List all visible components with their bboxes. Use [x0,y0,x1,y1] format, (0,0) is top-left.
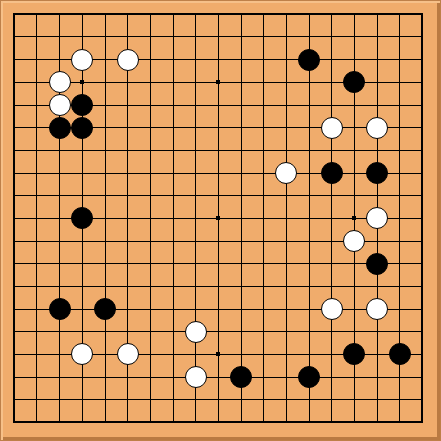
white-stone[interactable]: ○ [321,298,343,320]
black-stone[interactable]: ● [343,343,365,365]
white-stone[interactable]: ○ [321,117,343,139]
black-stone[interactable]: ● [71,94,93,116]
black-stone[interactable]: ● [389,343,411,365]
white-stone[interactable]: ○ [117,49,139,71]
star-point [80,80,84,84]
go-board: ●●●●●●●●●●●●●●●○○○○○○○○○○○○○○○ [0,0,441,441]
black-stone[interactable]: ● [71,117,93,139]
white-stone[interactable]: ○ [275,162,297,184]
white-stone[interactable]: ○ [185,366,207,388]
star-point [216,352,220,356]
board-grid: ●●●●●●●●●●●●●●●○○○○○○○○○○○○○○○ [3,3,434,434]
black-stone[interactable]: ● [49,117,71,139]
white-stone[interactable]: ○ [366,117,388,139]
black-stone[interactable]: ● [49,298,71,320]
black-stone[interactable]: ● [298,49,320,71]
black-stone[interactable]: ● [230,366,252,388]
black-stone[interactable]: ● [298,366,320,388]
white-stone[interactable]: ○ [185,321,207,343]
white-stone[interactable]: ○ [71,343,93,365]
white-stone[interactable]: ○ [117,343,139,365]
white-stone[interactable]: ○ [49,94,71,116]
white-stone[interactable]: ○ [49,71,71,93]
star-point [216,80,220,84]
black-stone[interactable]: ● [343,71,365,93]
black-stone[interactable]: ● [71,207,93,229]
star-point [352,216,356,220]
black-stone[interactable]: ● [321,162,343,184]
black-stone[interactable]: ● [94,298,116,320]
white-stone[interactable]: ○ [71,49,93,71]
star-point [216,216,220,220]
white-stone[interactable]: ○ [366,298,388,320]
white-stone[interactable]: ○ [366,207,388,229]
white-stone[interactable]: ○ [343,230,365,252]
black-stone[interactable]: ● [366,162,388,184]
black-stone[interactable]: ● [366,253,388,275]
